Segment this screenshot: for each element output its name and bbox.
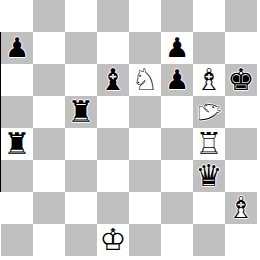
square-a5[interactable] xyxy=(1,96,33,128)
square-f4[interactable] xyxy=(161,128,193,160)
square-c2[interactable] xyxy=(65,192,97,224)
scan-artifact-line xyxy=(0,32,1,192)
square-c3[interactable] xyxy=(65,160,97,192)
square-c7[interactable] xyxy=(65,32,97,64)
square-g8[interactable] xyxy=(193,0,225,32)
square-b2[interactable] xyxy=(33,192,65,224)
square-a1[interactable] xyxy=(1,224,33,256)
square-b6[interactable] xyxy=(33,64,65,96)
square-g2[interactable] xyxy=(193,192,225,224)
white-bishop-icon: ♗ xyxy=(193,64,225,96)
square-e2[interactable] xyxy=(129,192,161,224)
square-e3[interactable] xyxy=(129,160,161,192)
square-d2[interactable] xyxy=(97,192,129,224)
chess-board[interactable]: ♟♟♝♞♘♟♝♗♚♜♞♘♜♜♖♛♝♗♚♔ xyxy=(1,0,257,256)
white-knight-icon: ♘ xyxy=(193,96,225,128)
square-g1[interactable] xyxy=(193,224,225,256)
black-bishop-icon: ♝ xyxy=(97,64,129,96)
square-h2[interactable]: ♝♗ xyxy=(225,192,257,224)
square-f1[interactable] xyxy=(161,224,193,256)
white-rook-icon: ♖ xyxy=(193,128,225,160)
black-pawn-icon: ♟ xyxy=(161,64,193,96)
square-d3[interactable] xyxy=(97,160,129,192)
square-e8[interactable] xyxy=(129,0,161,32)
square-a2[interactable] xyxy=(1,192,33,224)
piece-black-pawn-f7[interactable]: ♟ xyxy=(161,32,193,64)
square-f8[interactable] xyxy=(161,0,193,32)
square-h4[interactable] xyxy=(225,128,257,160)
square-d4[interactable] xyxy=(97,128,129,160)
square-c1[interactable] xyxy=(65,224,97,256)
square-c5[interactable]: ♜ xyxy=(65,96,97,128)
square-b5[interactable] xyxy=(33,96,65,128)
square-a4[interactable]: ♜ xyxy=(1,128,33,160)
square-b3[interactable] xyxy=(33,160,65,192)
piece-white-king-d1[interactable]: ♚♔ xyxy=(97,224,129,256)
piece-black-rook-c5[interactable]: ♜ xyxy=(65,96,97,128)
square-d8[interactable] xyxy=(97,0,129,32)
black-rook-icon: ♜ xyxy=(65,96,97,128)
square-e5[interactable] xyxy=(129,96,161,128)
square-f6[interactable]: ♟ xyxy=(161,64,193,96)
square-h5[interactable] xyxy=(225,96,257,128)
square-b4[interactable] xyxy=(33,128,65,160)
black-pawn-icon: ♟ xyxy=(161,32,193,64)
square-g4[interactable]: ♜♖ xyxy=(193,128,225,160)
white-knight-icon: ♘ xyxy=(129,64,161,96)
square-b1[interactable] xyxy=(33,224,65,256)
square-a6[interactable] xyxy=(1,64,33,96)
piece-black-pawn-f6[interactable]: ♟ xyxy=(161,64,193,96)
square-g3[interactable]: ♛ xyxy=(193,160,225,192)
square-h1[interactable] xyxy=(225,224,257,256)
white-king-icon: ♔ xyxy=(97,224,129,256)
piece-white-rook-g4[interactable]: ♜♖ xyxy=(193,128,225,160)
black-pawn-icon: ♟ xyxy=(1,32,33,64)
square-g5[interactable]: ♞♘ xyxy=(193,96,225,128)
black-rook-icon: ♜ xyxy=(1,128,33,160)
piece-black-bishop-d6[interactable]: ♝ xyxy=(97,64,129,96)
piece-white-knight-rotated-g5[interactable]: ♞♘ xyxy=(193,96,225,128)
square-a8[interactable] xyxy=(1,0,33,32)
square-a3[interactable] xyxy=(1,160,33,192)
square-e1[interactable] xyxy=(129,224,161,256)
piece-white-bishop-h2[interactable]: ♝♗ xyxy=(225,192,257,224)
square-d6[interactable]: ♝ xyxy=(97,64,129,96)
piece-white-bishop-g6[interactable]: ♝♗ xyxy=(193,64,225,96)
square-f5[interactable] xyxy=(161,96,193,128)
piece-black-rook-a4[interactable]: ♜ xyxy=(1,128,33,160)
square-f3[interactable] xyxy=(161,160,193,192)
square-c8[interactable] xyxy=(65,0,97,32)
chess-diagram: ♟♟♝♞♘♟♝♗♚♜♞♘♜♜♖♛♝♗♚♔ xyxy=(0,0,260,260)
square-g7[interactable] xyxy=(193,32,225,64)
piece-black-pawn-a7[interactable]: ♟ xyxy=(1,32,33,64)
square-h3[interactable] xyxy=(225,160,257,192)
square-h6[interactable]: ♚ xyxy=(225,64,257,96)
square-d7[interactable] xyxy=(97,32,129,64)
white-bishop-icon: ♗ xyxy=(225,192,257,224)
square-d5[interactable] xyxy=(97,96,129,128)
square-f2[interactable] xyxy=(161,192,193,224)
square-e7[interactable] xyxy=(129,32,161,64)
piece-black-queen-g3[interactable]: ♛ xyxy=(193,160,225,192)
square-g6[interactable]: ♝♗ xyxy=(193,64,225,96)
piece-black-king-h6[interactable]: ♚ xyxy=(225,64,257,96)
square-c6[interactable] xyxy=(65,64,97,96)
square-f7[interactable]: ♟ xyxy=(161,32,193,64)
square-b8[interactable] xyxy=(33,0,65,32)
square-d1[interactable]: ♚♔ xyxy=(97,224,129,256)
square-e4[interactable] xyxy=(129,128,161,160)
square-h8[interactable] xyxy=(225,0,257,32)
square-c4[interactable] xyxy=(65,128,97,160)
square-h7[interactable] xyxy=(225,32,257,64)
square-b7[interactable] xyxy=(33,32,65,64)
square-e6[interactable]: ♞♘ xyxy=(129,64,161,96)
square-a7[interactable]: ♟ xyxy=(1,32,33,64)
piece-white-knight-e6[interactable]: ♞♘ xyxy=(129,64,161,96)
black-queen-icon: ♛ xyxy=(193,160,225,192)
black-king-icon: ♚ xyxy=(225,64,257,96)
